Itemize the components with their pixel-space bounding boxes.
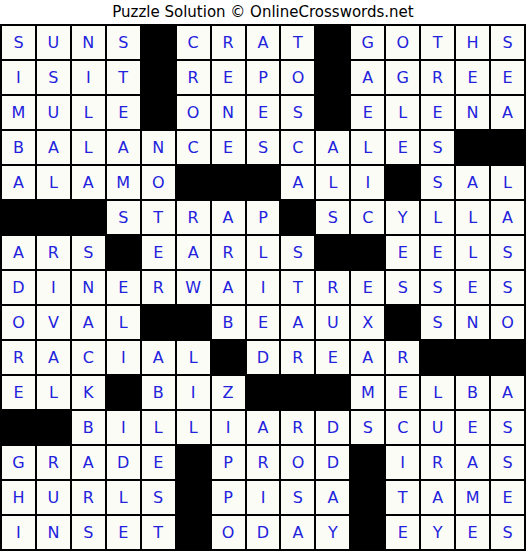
letter-cell: E <box>386 516 419 549</box>
letter-cell: C <box>177 26 210 59</box>
letter-cell: T <box>421 26 454 59</box>
letter-cell: L <box>456 236 489 269</box>
letter-cell: A <box>351 61 384 94</box>
letter-cell: D <box>316 411 349 444</box>
letter-cell: M <box>456 481 489 514</box>
page-title: Puzzle Solution © OnlineCrosswords.net <box>0 0 526 24</box>
letter-cell: S <box>491 516 524 549</box>
letter-cell: L <box>142 411 175 444</box>
letter-cell: A <box>107 131 140 164</box>
letter-cell: E <box>456 271 489 304</box>
letter-cell: I <box>386 446 419 479</box>
letter-cell: E <box>247 306 280 339</box>
letter-cell: S <box>491 411 524 444</box>
black-cell <box>177 166 210 199</box>
letter-cell: E <box>107 516 140 549</box>
letter-cell: I <box>212 411 245 444</box>
letter-cell: S <box>421 166 454 199</box>
black-cell <box>2 201 35 234</box>
letter-cell: S <box>247 131 280 164</box>
letter-cell: L <box>316 166 349 199</box>
letter-cell: C <box>351 201 384 234</box>
black-cell <box>72 201 105 234</box>
letter-cell: P <box>247 201 280 234</box>
letter-cell: R <box>72 481 105 514</box>
letter-cell: E <box>2 376 35 409</box>
black-cell <box>142 96 175 129</box>
letter-cell: L <box>72 96 105 129</box>
letter-cell: O <box>491 306 524 339</box>
letter-cell: M <box>351 376 384 409</box>
letter-cell: R <box>142 271 175 304</box>
black-cell <box>491 131 524 164</box>
letter-cell: A <box>177 236 210 269</box>
letter-cell: A <box>491 201 524 234</box>
letter-cell: Z <box>212 376 245 409</box>
letter-cell: M <box>2 96 35 129</box>
letter-cell: B <box>72 411 105 444</box>
letter-cell: A <box>212 271 245 304</box>
letter-cell: B <box>456 376 489 409</box>
black-cell <box>491 341 524 374</box>
letter-cell: A <box>421 481 454 514</box>
letter-cell: S <box>351 411 384 444</box>
black-cell <box>177 481 210 514</box>
letter-cell: T <box>142 516 175 549</box>
letter-cell: N <box>456 306 489 339</box>
black-cell <box>37 201 70 234</box>
black-cell <box>421 341 454 374</box>
letter-cell: I <box>351 166 384 199</box>
letter-cell: I <box>72 61 105 94</box>
black-cell <box>351 481 384 514</box>
letter-cell: L <box>107 306 140 339</box>
letter-cell: L <box>177 341 210 374</box>
letter-cell: A <box>247 411 280 444</box>
letter-cell: R <box>212 26 245 59</box>
letter-cell: T <box>386 481 419 514</box>
black-cell <box>2 411 35 444</box>
black-cell <box>37 411 70 444</box>
letter-cell: S <box>37 61 70 94</box>
letter-cell: S <box>107 201 140 234</box>
letter-cell: R <box>386 341 419 374</box>
letter-cell: R <box>421 61 454 94</box>
letter-cell: S <box>281 96 314 129</box>
letter-cell: A <box>281 516 314 549</box>
letter-cell: I <box>2 516 35 549</box>
black-cell <box>386 306 419 339</box>
letter-cell: L <box>491 166 524 199</box>
letter-cell: S <box>281 236 314 269</box>
letter-cell: S <box>421 131 454 164</box>
letter-cell: Y <box>316 516 349 549</box>
letter-cell: C <box>177 131 210 164</box>
letter-cell: E <box>351 96 384 129</box>
letter-cell: P <box>212 481 245 514</box>
letter-cell: E <box>491 481 524 514</box>
black-cell <box>456 131 489 164</box>
letter-cell: A <box>316 481 349 514</box>
black-cell <box>351 446 384 479</box>
letter-cell: E <box>107 271 140 304</box>
letter-cell: N <box>456 96 489 129</box>
letter-cell: T <box>281 271 314 304</box>
letter-cell: N <box>72 271 105 304</box>
letter-cell: L <box>72 131 105 164</box>
letter-cell: A <box>37 131 70 164</box>
letter-cell: A <box>72 306 105 339</box>
letter-cell: X <box>351 306 384 339</box>
letter-cell: D <box>247 341 280 374</box>
black-cell <box>351 236 384 269</box>
letter-cell: S <box>386 271 419 304</box>
letter-cell: N <box>37 516 70 549</box>
letter-cell: E <box>456 61 489 94</box>
letter-cell: A <box>456 166 489 199</box>
letter-cell: E <box>316 341 349 374</box>
letter-cell: M <box>107 166 140 199</box>
letter-cell: R <box>247 446 280 479</box>
letter-cell: U <box>37 481 70 514</box>
letter-cell: A <box>142 341 175 374</box>
letter-cell: O <box>212 516 245 549</box>
letter-cell: R <box>37 236 70 269</box>
letter-cell: W <box>177 271 210 304</box>
letter-cell: L <box>456 201 489 234</box>
letter-cell: A <box>212 201 245 234</box>
black-cell <box>316 96 349 129</box>
letter-cell: E <box>421 236 454 269</box>
letter-cell: A <box>281 166 314 199</box>
black-cell <box>212 166 245 199</box>
letter-cell: I <box>107 341 140 374</box>
letter-cell: S <box>142 481 175 514</box>
letter-cell: E <box>386 131 419 164</box>
letter-cell: E <box>386 376 419 409</box>
letter-cell: B <box>2 131 35 164</box>
letter-cell: I <box>37 271 70 304</box>
letter-cell: E <box>212 131 245 164</box>
letter-cell: H <box>456 26 489 59</box>
letter-cell: D <box>316 446 349 479</box>
black-cell <box>456 341 489 374</box>
letter-cell: A <box>316 131 349 164</box>
black-cell <box>247 376 280 409</box>
letter-cell: R <box>177 61 210 94</box>
letter-cell: E <box>456 516 489 549</box>
letter-cell: I <box>247 481 280 514</box>
letter-cell: A <box>456 446 489 479</box>
letter-cell: S <box>281 481 314 514</box>
letter-cell: A <box>491 376 524 409</box>
letter-cell: O <box>281 446 314 479</box>
letter-cell: G <box>351 26 384 59</box>
letter-cell: L <box>351 131 384 164</box>
letter-cell: N <box>212 96 245 129</box>
letter-cell: L <box>37 376 70 409</box>
letter-cell: B <box>142 376 175 409</box>
black-cell <box>351 516 384 549</box>
letter-cell: I <box>2 61 35 94</box>
letter-cell: S <box>491 236 524 269</box>
letter-cell: A <box>281 306 314 339</box>
letter-cell: Y <box>421 516 454 549</box>
letter-cell: E <box>107 96 140 129</box>
letter-cell: U <box>316 306 349 339</box>
letter-cell: D <box>107 446 140 479</box>
letter-cell: E <box>351 271 384 304</box>
letter-cell: U <box>37 26 70 59</box>
letter-cell: L <box>386 96 419 129</box>
letter-cell: A <box>72 166 105 199</box>
letter-cell: S <box>2 26 35 59</box>
letter-cell: R <box>316 271 349 304</box>
letter-cell: A <box>37 341 70 374</box>
letter-cell: P <box>212 446 245 479</box>
crossword-grid: SUNSCRATGOTHSISITREPOAGREEMULEONESELENAB… <box>0 24 526 551</box>
letter-cell: D <box>247 516 280 549</box>
letter-cell: A <box>2 166 35 199</box>
letter-cell: S <box>72 236 105 269</box>
letter-cell: O <box>2 306 35 339</box>
black-cell <box>316 61 349 94</box>
black-cell <box>316 26 349 59</box>
black-cell <box>177 306 210 339</box>
letter-cell: A <box>2 236 35 269</box>
letter-cell: R <box>281 341 314 374</box>
black-cell <box>316 236 349 269</box>
letter-cell: R <box>421 446 454 479</box>
letter-cell: L <box>247 236 280 269</box>
letter-cell: E <box>456 411 489 444</box>
letter-cell: I <box>247 271 280 304</box>
letter-cell: P <box>247 61 280 94</box>
letter-cell: R <box>2 341 35 374</box>
letter-cell: C <box>281 131 314 164</box>
letter-cell: T <box>142 201 175 234</box>
black-cell <box>142 26 175 59</box>
puzzle-solution-page: Puzzle Solution © OnlineCrosswords.net S… <box>0 0 526 551</box>
letter-cell: E <box>142 446 175 479</box>
black-cell <box>107 376 140 409</box>
black-cell <box>281 201 314 234</box>
letter-cell: O <box>386 26 419 59</box>
black-cell <box>177 516 210 549</box>
letter-cell: S <box>491 446 524 479</box>
letter-cell: A <box>72 446 105 479</box>
black-cell <box>142 61 175 94</box>
letter-cell: S <box>316 201 349 234</box>
letter-cell: T <box>281 26 314 59</box>
black-cell <box>247 166 280 199</box>
black-cell <box>107 236 140 269</box>
black-cell <box>386 166 419 199</box>
letter-cell: I <box>177 376 210 409</box>
letter-cell: E <box>212 61 245 94</box>
letter-cell: H <box>2 481 35 514</box>
letter-cell: O <box>142 166 175 199</box>
letter-cell: S <box>491 26 524 59</box>
letter-cell: L <box>421 376 454 409</box>
letter-cell: C <box>386 411 419 444</box>
letter-cell: R <box>37 446 70 479</box>
letter-cell: S <box>421 271 454 304</box>
letter-cell: G <box>2 446 35 479</box>
letter-cell: E <box>491 61 524 94</box>
letter-cell: S <box>421 306 454 339</box>
letter-cell: L <box>177 411 210 444</box>
letter-cell: B <box>212 306 245 339</box>
letter-cell: V <box>37 306 70 339</box>
black-cell <box>212 341 245 374</box>
letter-cell: E <box>421 96 454 129</box>
letter-cell: D <box>2 271 35 304</box>
letter-cell: L <box>107 481 140 514</box>
letter-cell: C <box>72 341 105 374</box>
letter-cell: L <box>37 166 70 199</box>
letter-cell: E <box>247 96 280 129</box>
letter-cell: A <box>247 26 280 59</box>
black-cell <box>316 376 349 409</box>
letter-cell: E <box>386 236 419 269</box>
black-cell <box>142 306 175 339</box>
letter-cell: N <box>142 131 175 164</box>
letter-cell: G <box>386 61 419 94</box>
letter-cell: U <box>421 411 454 444</box>
letter-cell: R <box>281 411 314 444</box>
letter-cell: O <box>177 96 210 129</box>
letter-cell: L <box>421 201 454 234</box>
letter-cell: A <box>351 341 384 374</box>
letter-cell: A <box>491 96 524 129</box>
letter-cell: S <box>107 26 140 59</box>
letter-cell: Y <box>386 201 419 234</box>
letter-cell: N <box>72 26 105 59</box>
letter-cell: U <box>37 96 70 129</box>
black-cell <box>177 446 210 479</box>
black-cell <box>281 376 314 409</box>
letter-cell: R <box>177 201 210 234</box>
letter-cell: I <box>107 411 140 444</box>
letter-cell: E <box>142 236 175 269</box>
letter-cell: R <box>212 236 245 269</box>
letter-cell: S <box>491 271 524 304</box>
letter-cell: O <box>281 61 314 94</box>
letter-cell: T <box>107 61 140 94</box>
letter-cell: K <box>72 376 105 409</box>
letter-cell: S <box>72 516 105 549</box>
